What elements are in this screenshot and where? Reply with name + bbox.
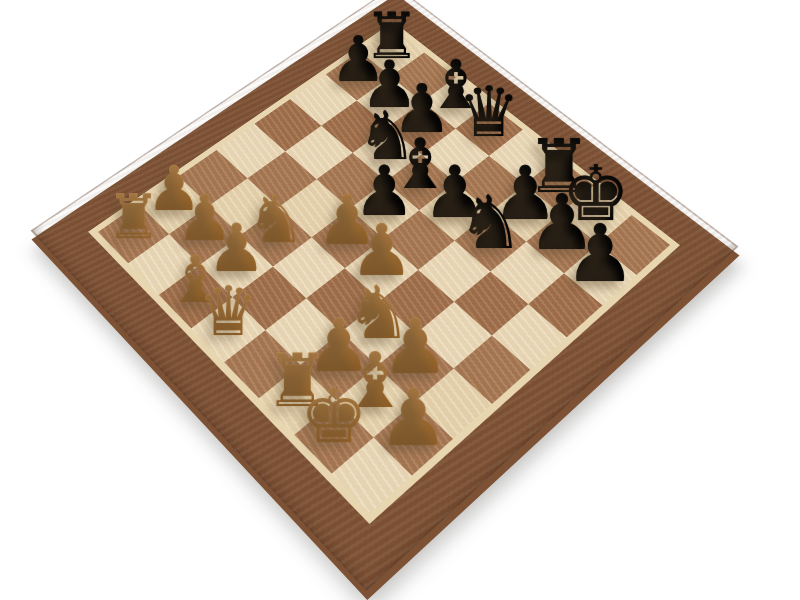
piece-black-pawn-h7[interactable]: ♟ — [565, 213, 636, 293]
piece-black-queen-d8[interactable]: ♛ — [458, 76, 520, 146]
piece-white-queen-d1[interactable]: ♛ — [198, 278, 259, 346]
piece-black-knight-f6[interactable]: ♞ — [457, 185, 524, 259]
piece-white-rook-a1[interactable]: ♜ — [106, 187, 161, 249]
product-photo: ♜♟♟♝♟♛♞♝♜♟♟♟♟♚♜♟♞♟♞♟♟♟♟♝♛♞♟♟♜♝♚♟ — [0, 0, 800, 600]
piece-white-pawn-h2[interactable]: ♟ — [378, 378, 449, 457]
piece-white-king-g1[interactable]: ♚ — [300, 378, 368, 454]
